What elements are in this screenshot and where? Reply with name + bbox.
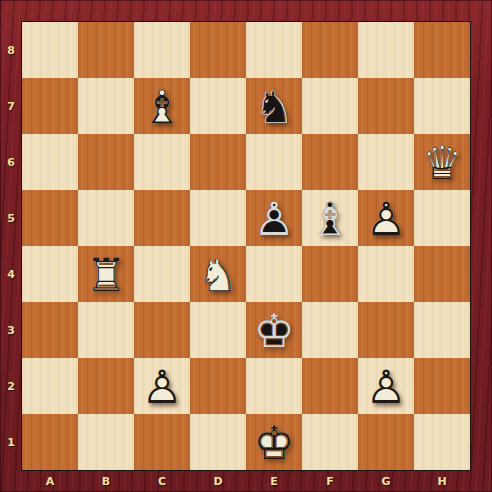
square-f3[interactable] — [302, 302, 358, 358]
square-b3[interactable] — [78, 302, 134, 358]
black-pawn-glyph-outline: ♙ — [246, 190, 302, 246]
piece-white-knight[interactable]: ♞♘ — [190, 246, 246, 302]
square-c6[interactable] — [134, 134, 190, 190]
piece-black-bishop[interactable]: ♝♗ — [302, 190, 358, 246]
square-g8[interactable] — [358, 22, 414, 78]
square-e5[interactable]: ♟♙ — [246, 190, 302, 246]
square-d7[interactable] — [190, 78, 246, 134]
square-e6[interactable] — [246, 134, 302, 190]
black-king-glyph-outline: ♔ — [246, 302, 302, 358]
square-f2[interactable] — [302, 358, 358, 414]
file-label-b: B — [78, 470, 134, 492]
rank-label-4: 4 — [0, 246, 22, 302]
white-bishop-glyph-outline: ♗ — [134, 78, 190, 134]
square-a3[interactable] — [22, 302, 78, 358]
white-queen-glyph-outline: ♕ — [414, 134, 470, 190]
square-c7[interactable]: ♝♗ — [134, 78, 190, 134]
square-b5[interactable] — [78, 190, 134, 246]
square-c4[interactable] — [134, 246, 190, 302]
square-e1[interactable]: ♚♔ — [246, 414, 302, 470]
square-a2[interactable] — [22, 358, 78, 414]
rank-label-1: 1 — [0, 414, 22, 470]
square-f7[interactable] — [302, 78, 358, 134]
square-g7[interactable] — [358, 78, 414, 134]
square-f4[interactable] — [302, 246, 358, 302]
file-label-f: F — [302, 470, 358, 492]
square-f1[interactable] — [302, 414, 358, 470]
chess-board: ♝♗♞♘♛♕♟♙♝♗♟♙♜♖♞♘♚♔♟♙♟♙♚♔ — [22, 22, 470, 470]
square-h7[interactable] — [414, 78, 470, 134]
white-rook-glyph-outline: ♖ — [78, 246, 134, 302]
square-b2[interactable] — [78, 358, 134, 414]
square-g5[interactable]: ♟♙ — [358, 190, 414, 246]
square-d8[interactable] — [190, 22, 246, 78]
piece-black-pawn[interactable]: ♟♙ — [246, 190, 302, 246]
square-g2[interactable]: ♟♙ — [358, 358, 414, 414]
rank-label-7: 7 — [0, 78, 22, 134]
square-a4[interactable] — [22, 246, 78, 302]
square-b6[interactable] — [78, 134, 134, 190]
black-bishop-glyph-outline: ♗ — [302, 190, 358, 246]
square-d6[interactable] — [190, 134, 246, 190]
piece-white-queen[interactable]: ♛♕ — [414, 134, 470, 190]
piece-white-rook[interactable]: ♜♖ — [78, 246, 134, 302]
file-label-g: G — [358, 470, 414, 492]
square-b4[interactable]: ♜♖ — [78, 246, 134, 302]
square-d4[interactable]: ♞♘ — [190, 246, 246, 302]
rank-label-8: 8 — [0, 22, 22, 78]
square-a7[interactable] — [22, 78, 78, 134]
square-f8[interactable] — [302, 22, 358, 78]
white-knight-glyph-outline: ♘ — [190, 246, 246, 302]
square-e7[interactable]: ♞♘ — [246, 78, 302, 134]
square-h6[interactable]: ♛♕ — [414, 134, 470, 190]
piece-white-pawn[interactable]: ♟♙ — [134, 358, 190, 414]
piece-black-knight[interactable]: ♞♘ — [246, 78, 302, 134]
piece-white-pawn[interactable]: ♟♙ — [358, 358, 414, 414]
file-label-c: C — [134, 470, 190, 492]
square-c8[interactable] — [134, 22, 190, 78]
square-e2[interactable] — [246, 358, 302, 414]
square-h2[interactable] — [414, 358, 470, 414]
white-king-glyph-outline: ♔ — [246, 414, 302, 470]
square-f6[interactable] — [302, 134, 358, 190]
square-a1[interactable] — [22, 414, 78, 470]
rank-label-2: 2 — [0, 358, 22, 414]
white-pawn-glyph-outline: ♙ — [358, 190, 414, 246]
file-label-d: D — [190, 470, 246, 492]
square-a5[interactable] — [22, 190, 78, 246]
square-b8[interactable] — [78, 22, 134, 78]
square-e3[interactable]: ♚♔ — [246, 302, 302, 358]
square-c1[interactable] — [134, 414, 190, 470]
square-d1[interactable] — [190, 414, 246, 470]
rank-label-6: 6 — [0, 134, 22, 190]
square-b7[interactable] — [78, 78, 134, 134]
black-knight-glyph-outline: ♘ — [246, 78, 302, 134]
piece-white-king[interactable]: ♚♔ — [246, 414, 302, 470]
square-h4[interactable] — [414, 246, 470, 302]
square-b1[interactable] — [78, 414, 134, 470]
file-label-e: E — [246, 470, 302, 492]
white-pawn-glyph-outline: ♙ — [358, 358, 414, 414]
file-label-h: H — [414, 470, 470, 492]
square-a8[interactable] — [22, 22, 78, 78]
square-g4[interactable] — [358, 246, 414, 302]
square-c2[interactable]: ♟♙ — [134, 358, 190, 414]
file-labels: ABCDEFGH — [22, 470, 470, 492]
file-label-a: A — [22, 470, 78, 492]
rank-label-5: 5 — [0, 190, 22, 246]
white-pawn-glyph-outline: ♙ — [134, 358, 190, 414]
square-d3[interactable] — [190, 302, 246, 358]
square-d2[interactable] — [190, 358, 246, 414]
square-h5[interactable] — [414, 190, 470, 246]
square-d5[interactable] — [190, 190, 246, 246]
square-g1[interactable] — [358, 414, 414, 470]
piece-black-king[interactable]: ♚♔ — [246, 302, 302, 358]
square-h3[interactable] — [414, 302, 470, 358]
piece-white-bishop[interactable]: ♝♗ — [134, 78, 190, 134]
square-g3[interactable] — [358, 302, 414, 358]
square-e8[interactable] — [246, 22, 302, 78]
square-h1[interactable] — [414, 414, 470, 470]
piece-white-pawn[interactable]: ♟♙ — [358, 190, 414, 246]
board-frame: ♝♗♞♘♛♕♟♙♝♗♟♙♜♖♞♘♚♔♟♙♟♙♚♔ 87654321 ABCDEF… — [0, 0, 492, 492]
square-e4[interactable] — [246, 246, 302, 302]
square-f5[interactable]: ♝♗ — [302, 190, 358, 246]
square-c5[interactable] — [134, 190, 190, 246]
rank-labels: 87654321 — [0, 22, 22, 470]
rank-label-3: 3 — [0, 302, 22, 358]
square-a6[interactable] — [22, 134, 78, 190]
square-h8[interactable] — [414, 22, 470, 78]
square-g6[interactable] — [358, 134, 414, 190]
square-c3[interactable] — [134, 302, 190, 358]
